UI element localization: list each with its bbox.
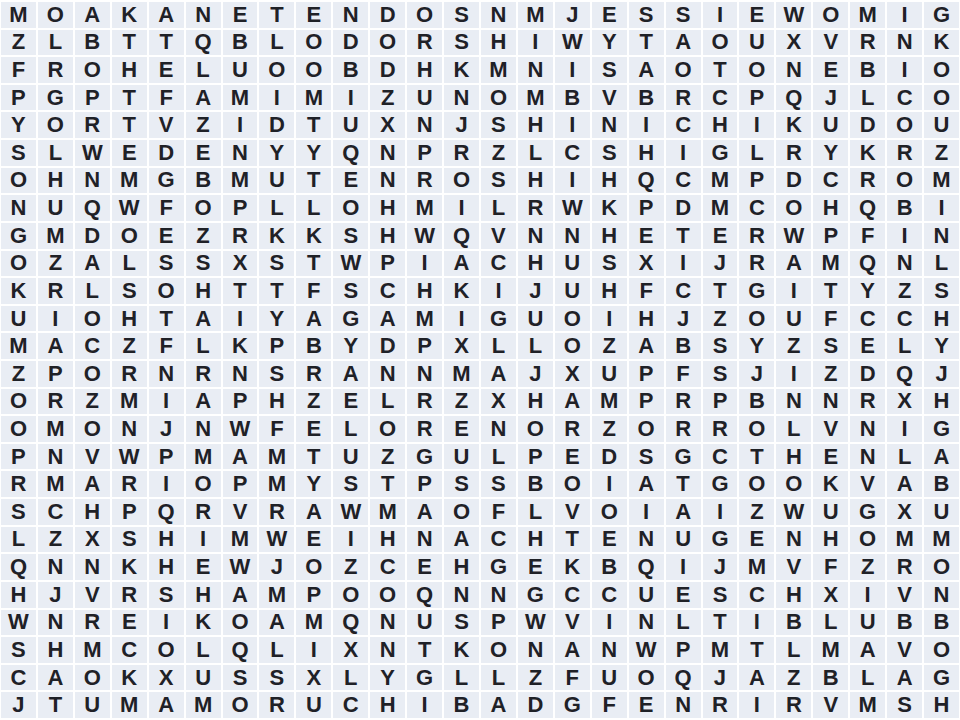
grid-cell[interactable]: K [592,195,627,221]
grid-cell[interactable]: N [370,361,405,387]
grid-cell[interactable]: S [444,471,479,497]
grid-cell[interactable]: I [739,610,774,636]
grid-cell[interactable]: P [739,85,774,111]
grid-cell[interactable]: F [629,278,664,304]
grid-cell[interactable]: I [629,112,664,138]
grid-cell[interactable]: N [666,692,701,718]
grid-cell[interactable]: P [223,389,258,415]
grid-cell[interactable]: M [924,527,959,553]
grid-cell[interactable]: O [481,637,516,663]
grid-cell[interactable]: X [887,499,922,525]
grid-cell[interactable]: S [186,251,221,277]
grid-cell[interactable]: O [149,278,184,304]
grid-cell[interactable]: Y [850,278,885,304]
grid-cell[interactable]: G [666,444,701,470]
grid-cell[interactable]: M [186,444,221,470]
grid-cell[interactable]: S [481,112,516,138]
grid-cell[interactable]: R [555,416,590,442]
grid-cell[interactable]: H [592,223,627,249]
grid-cell[interactable]: P [370,251,405,277]
grid-cell[interactable]: Q [850,195,885,221]
grid-cell[interactable]: Q [333,610,368,636]
grid-cell[interactable]: N [518,57,553,83]
grid-cell[interactable]: A [186,85,221,111]
grid-cell[interactable]: K [444,57,479,83]
grid-cell[interactable]: A [666,499,701,525]
grid-cell[interactable]: S [813,333,848,359]
grid-cell[interactable]: D [370,333,405,359]
grid-cell[interactable]: H [370,692,405,718]
grid-cell[interactable]: D [149,140,184,166]
grid-cell[interactable]: Z [186,112,221,138]
grid-cell[interactable]: O [223,692,258,718]
grid-cell[interactable]: M [259,582,294,608]
grid-cell[interactable]: X [481,389,516,415]
grid-cell[interactable]: W [407,223,442,249]
grid-cell[interactable]: O [444,168,479,194]
grid-cell[interactable]: S [444,610,479,636]
grid-cell[interactable]: J [259,554,294,580]
grid-cell[interactable]: S [1,140,36,166]
grid-cell[interactable]: X [149,665,184,691]
grid-cell[interactable]: J [666,306,701,332]
grid-cell[interactable]: T [112,112,147,138]
grid-cell[interactable]: Q [75,195,110,221]
grid-cell[interactable]: E [444,416,479,442]
grid-cell[interactable]: T [296,251,331,277]
grid-cell[interactable]: E [592,2,627,28]
grid-cell[interactable]: M [223,85,258,111]
grid-cell[interactable]: N [370,140,405,166]
grid-cell[interactable]: Y [739,333,774,359]
grid-cell[interactable]: L [518,499,553,525]
grid-cell[interactable]: I [887,57,922,83]
grid-cell[interactable]: O [75,665,110,691]
grid-cell[interactable]: M [703,168,738,194]
grid-cell[interactable]: O [555,333,590,359]
grid-cell[interactable]: U [75,692,110,718]
grid-cell[interactable]: S [259,665,294,691]
grid-cell[interactable]: O [924,85,959,111]
grid-cell[interactable]: O [776,195,811,221]
grid-cell[interactable]: B [75,30,110,56]
grid-cell[interactable]: R [407,168,442,194]
grid-cell[interactable]: R [850,389,885,415]
grid-cell[interactable]: H [924,692,959,718]
grid-cell[interactable]: W [112,444,147,470]
grid-cell[interactable]: C [481,527,516,553]
grid-cell[interactable]: N [850,444,885,470]
grid-cell[interactable]: L [1,527,36,553]
grid-cell[interactable]: O [813,2,848,28]
grid-cell[interactable]: B [887,195,922,221]
grid-cell[interactable]: I [776,361,811,387]
grid-cell[interactable]: F [813,306,848,332]
grid-cell[interactable]: O [333,582,368,608]
grid-cell[interactable]: U [924,112,959,138]
grid-cell[interactable]: Y [924,333,959,359]
grid-cell[interactable]: A [223,444,258,470]
grid-cell[interactable]: A [186,389,221,415]
grid-cell[interactable]: W [776,499,811,525]
grid-cell[interactable]: J [149,416,184,442]
grid-cell[interactable]: R [666,389,701,415]
grid-cell[interactable]: X [333,637,368,663]
grid-cell[interactable]: R [407,416,442,442]
grid-cell[interactable]: C [112,637,147,663]
grid-cell[interactable]: Z [38,527,73,553]
grid-cell[interactable]: M [703,637,738,663]
grid-cell[interactable]: Y [1,112,36,138]
grid-cell[interactable]: E [296,416,331,442]
grid-cell[interactable]: O [370,582,405,608]
grid-cell[interactable]: M [813,637,848,663]
grid-cell[interactable]: A [407,499,442,525]
grid-cell[interactable]: L [518,140,553,166]
grid-cell[interactable]: V [887,637,922,663]
grid-cell[interactable]: E [813,444,848,470]
grid-cell[interactable]: I [887,416,922,442]
grid-cell[interactable]: D [518,692,553,718]
grid-cell[interactable]: I [592,306,627,332]
grid-cell[interactable]: U [850,610,885,636]
grid-cell[interactable]: G [924,416,959,442]
grid-cell[interactable]: L [666,610,701,636]
grid-cell[interactable]: N [407,112,442,138]
grid-cell[interactable]: I [887,2,922,28]
grid-cell[interactable]: U [813,499,848,525]
grid-cell[interactable]: S [1,499,36,525]
grid-cell[interactable]: E [186,554,221,580]
grid-cell[interactable]: N [1,195,36,221]
grid-cell[interactable]: H [1,582,36,608]
grid-cell[interactable]: H [407,278,442,304]
grid-cell[interactable]: S [112,278,147,304]
grid-cell[interactable]: D [75,223,110,249]
grid-cell[interactable]: E [739,2,774,28]
grid-cell[interactable]: M [407,306,442,332]
grid-cell[interactable]: S [333,278,368,304]
grid-cell[interactable]: O [887,112,922,138]
grid-cell[interactable]: M [186,692,221,718]
grid-cell[interactable]: T [629,30,664,56]
grid-cell[interactable]: A [481,361,516,387]
grid-cell[interactable]: S [703,333,738,359]
grid-cell[interactable]: L [850,85,885,111]
grid-cell[interactable]: H [186,582,221,608]
grid-cell[interactable]: D [592,444,627,470]
grid-cell[interactable]: T [813,278,848,304]
grid-cell[interactable]: U [223,57,258,83]
grid-cell[interactable]: Z [1,30,36,56]
grid-cell[interactable]: B [813,665,848,691]
grid-cell[interactable]: U [38,195,73,221]
grid-cell[interactable]: F [259,416,294,442]
grid-cell[interactable]: B [296,333,331,359]
grid-cell[interactable]: D [776,168,811,194]
grid-cell[interactable]: P [407,471,442,497]
grid-cell[interactable]: S [481,168,516,194]
grid-cell[interactable]: Z [592,333,627,359]
grid-cell[interactable]: T [703,610,738,636]
grid-cell[interactable]: Q [444,223,479,249]
grid-cell[interactable]: I [592,610,627,636]
grid-cell[interactable]: V [481,223,516,249]
grid-cell[interactable]: R [223,223,258,249]
grid-cell[interactable]: N [407,361,442,387]
grid-cell[interactable]: T [739,637,774,663]
grid-cell[interactable]: Z [1,361,36,387]
grid-cell[interactable]: P [629,361,664,387]
grid-cell[interactable]: O [75,361,110,387]
grid-cell[interactable]: H [149,527,184,553]
grid-cell[interactable]: Q [629,554,664,580]
grid-cell[interactable]: Y [370,665,405,691]
grid-cell[interactable]: L [481,195,516,221]
grid-cell[interactable]: C [75,333,110,359]
grid-cell[interactable]: S [592,251,627,277]
grid-cell[interactable]: H [924,389,959,415]
grid-cell[interactable]: Z [703,306,738,332]
grid-cell[interactable]: H [112,306,147,332]
grid-cell[interactable]: O [38,112,73,138]
grid-cell[interactable]: Z [38,251,73,277]
grid-cell[interactable]: V [813,30,848,56]
grid-cell[interactable]: M [1,2,36,28]
grid-cell[interactable]: A [629,57,664,83]
grid-cell[interactable]: L [444,665,479,691]
grid-cell[interactable]: O [333,195,368,221]
grid-cell[interactable]: C [555,582,590,608]
grid-cell[interactable]: Q [666,665,701,691]
grid-cell[interactable]: L [813,610,848,636]
grid-cell[interactable]: X [223,251,258,277]
grid-cell[interactable]: S [333,223,368,249]
grid-cell[interactable]: N [75,168,110,194]
grid-cell[interactable]: T [259,2,294,28]
grid-cell[interactable]: N [776,527,811,553]
grid-cell[interactable]: O [629,665,664,691]
grid-cell[interactable]: N [223,361,258,387]
grid-cell[interactable]: R [75,112,110,138]
grid-cell[interactable]: A [149,692,184,718]
grid-cell[interactable]: P [223,195,258,221]
grid-cell[interactable]: J [1,692,36,718]
grid-cell[interactable]: V [776,554,811,580]
grid-cell[interactable]: R [518,195,553,221]
grid-cell[interactable]: M [481,57,516,83]
grid-cell[interactable]: L [887,333,922,359]
grid-cell[interactable]: G [38,85,73,111]
grid-cell[interactable]: O [1,416,36,442]
grid-cell[interactable]: C [666,278,701,304]
grid-cell[interactable]: M [850,692,885,718]
grid-cell[interactable]: N [555,223,590,249]
grid-cell[interactable]: J [703,554,738,580]
grid-cell[interactable]: O [924,57,959,83]
grid-cell[interactable]: C [370,278,405,304]
grid-cell[interactable]: T [666,223,701,249]
grid-cell[interactable]: R [444,140,479,166]
grid-cell[interactable]: C [592,582,627,608]
grid-cell[interactable]: K [259,223,294,249]
grid-cell[interactable]: F [592,692,627,718]
grid-cell[interactable]: R [776,140,811,166]
grid-cell[interactable]: P [223,471,258,497]
grid-cell[interactable]: W [629,637,664,663]
grid-cell[interactable]: A [296,306,331,332]
grid-cell[interactable]: S [887,692,922,718]
grid-cell[interactable]: H [776,582,811,608]
grid-cell[interactable]: N [444,582,479,608]
grid-cell[interactable]: R [666,416,701,442]
grid-cell[interactable]: Z [924,140,959,166]
grid-cell[interactable]: I [739,692,774,718]
grid-cell[interactable]: M [223,168,258,194]
grid-cell[interactable]: M [259,471,294,497]
grid-cell[interactable]: A [370,306,405,332]
grid-cell[interactable]: U [444,444,479,470]
grid-cell[interactable]: O [1,389,36,415]
grid-cell[interactable]: L [112,251,147,277]
grid-cell[interactable]: C [703,444,738,470]
grid-cell[interactable]: R [186,499,221,525]
grid-cell[interactable]: Z [481,140,516,166]
grid-cell[interactable]: J [518,361,553,387]
grid-cell[interactable]: U [333,112,368,138]
grid-cell[interactable]: N [186,2,221,28]
grid-cell[interactable]: Z [887,278,922,304]
grid-cell[interactable]: H [629,140,664,166]
grid-cell[interactable]: W [223,554,258,580]
grid-cell[interactable]: O [186,195,221,221]
grid-cell[interactable]: R [38,57,73,83]
grid-cell[interactable]: N [813,389,848,415]
grid-cell[interactable]: J [703,665,738,691]
grid-cell[interactable]: A [629,333,664,359]
grid-cell[interactable]: U [924,499,959,525]
grid-cell[interactable]: W [776,223,811,249]
grid-cell[interactable]: O [75,57,110,83]
grid-cell[interactable]: O [296,554,331,580]
grid-cell[interactable]: M [924,168,959,194]
grid-cell[interactable]: K [444,278,479,304]
grid-cell[interactable]: H [259,389,294,415]
grid-cell[interactable]: N [887,251,922,277]
grid-cell[interactable]: A [924,444,959,470]
grid-cell[interactable]: E [555,444,590,470]
grid-cell[interactable]: A [333,361,368,387]
grid-cell[interactable]: O [296,57,331,83]
grid-cell[interactable]: N [333,2,368,28]
grid-cell[interactable]: I [186,527,221,553]
grid-cell[interactable]: O [887,168,922,194]
grid-cell[interactable]: C [887,306,922,332]
grid-cell[interactable]: S [924,278,959,304]
grid-cell[interactable]: S [112,527,147,553]
grid-cell[interactable]: M [38,416,73,442]
grid-cell[interactable]: K [444,637,479,663]
grid-cell[interactable]: Q [887,361,922,387]
grid-cell[interactable]: N [407,527,442,553]
grid-cell[interactable]: N [112,416,147,442]
grid-cell[interactable]: W [75,140,110,166]
grid-cell[interactable]: H [813,527,848,553]
grid-cell[interactable]: F [149,195,184,221]
grid-cell[interactable]: O [1,168,36,194]
grid-cell[interactable]: M [38,223,73,249]
grid-cell[interactable]: U [555,278,590,304]
grid-cell[interactable]: I [776,278,811,304]
grid-cell[interactable]: J [555,2,590,28]
grid-cell[interactable]: S [629,444,664,470]
grid-cell[interactable]: H [518,251,553,277]
grid-cell[interactable]: M [592,389,627,415]
grid-cell[interactable]: L [924,251,959,277]
grid-cell[interactable]: P [259,333,294,359]
grid-cell[interactable]: C [813,168,848,194]
grid-cell[interactable]: S [333,471,368,497]
grid-cell[interactable]: I [444,195,479,221]
grid-cell[interactable]: Q [1,554,36,580]
grid-cell[interactable]: R [112,582,147,608]
grid-cell[interactable]: E [333,389,368,415]
grid-cell[interactable]: X [296,665,331,691]
grid-cell[interactable]: U [629,582,664,608]
grid-cell[interactable]: B [850,57,885,83]
grid-cell[interactable]: A [75,251,110,277]
grid-cell[interactable]: L [186,637,221,663]
grid-cell[interactable]: N [629,610,664,636]
grid-cell[interactable]: M [112,168,147,194]
grid-cell[interactable]: I [555,168,590,194]
grid-cell[interactable]: V [887,582,922,608]
grid-cell[interactable]: E [703,223,738,249]
grid-cell[interactable]: Z [739,499,774,525]
grid-cell[interactable]: Z [518,665,553,691]
grid-cell[interactable]: A [887,665,922,691]
grid-cell[interactable]: E [186,140,221,166]
grid-cell[interactable]: Q [149,499,184,525]
grid-cell[interactable]: T [703,57,738,83]
grid-cell[interactable]: M [444,361,479,387]
grid-cell[interactable]: U [407,610,442,636]
grid-cell[interactable]: A [186,306,221,332]
grid-cell[interactable]: H [444,554,479,580]
grid-cell[interactable]: N [444,85,479,111]
grid-cell[interactable]: T [666,471,701,497]
grid-cell[interactable]: R [666,85,701,111]
grid-cell[interactable]: Y [296,471,331,497]
grid-cell[interactable]: R [887,554,922,580]
grid-cell[interactable]: V [555,499,590,525]
grid-cell[interactable]: Y [813,140,848,166]
grid-cell[interactable]: Z [592,416,627,442]
grid-cell[interactable]: H [38,168,73,194]
grid-cell[interactable]: G [481,306,516,332]
grid-cell[interactable]: O [112,223,147,249]
grid-cell[interactable]: M [407,195,442,221]
grid-cell[interactable]: X [370,112,405,138]
grid-cell[interactable]: N [186,416,221,442]
grid-cell[interactable]: F [481,499,516,525]
grid-cell[interactable]: M [739,554,774,580]
grid-cell[interactable]: I [333,85,368,111]
grid-cell[interactable]: E [666,582,701,608]
grid-cell[interactable]: D [850,112,885,138]
grid-cell[interactable]: R [1,471,36,497]
grid-cell[interactable]: U [407,85,442,111]
